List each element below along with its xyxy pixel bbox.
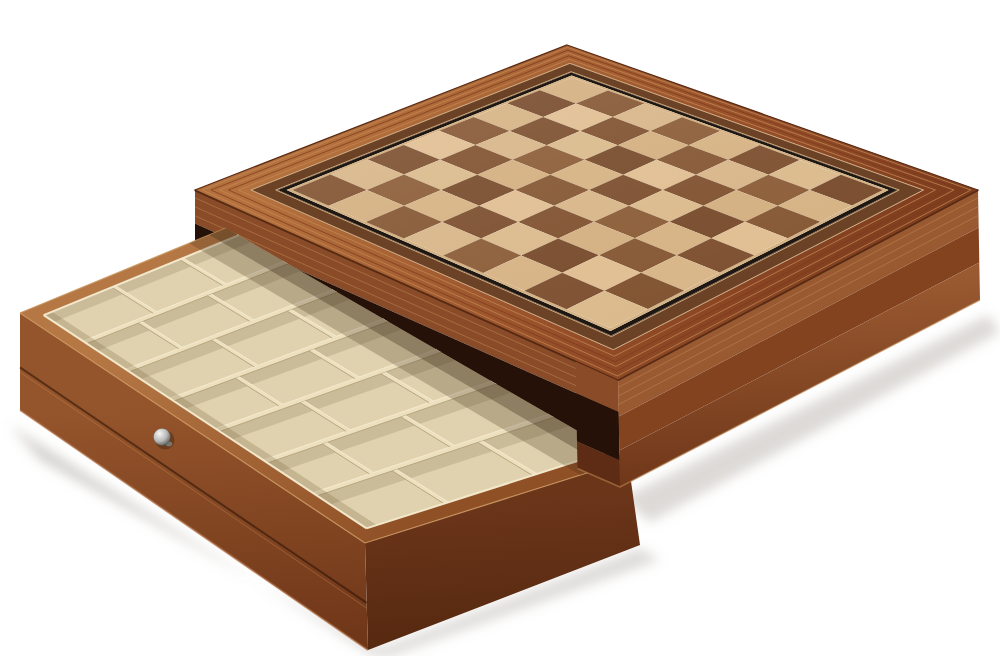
drawer-knob — [154, 429, 171, 446]
product-photo-chess-case — [0, 0, 1000, 656]
case-corner-front — [576, 361, 620, 487]
chess-case-scene — [0, 0, 1000, 656]
